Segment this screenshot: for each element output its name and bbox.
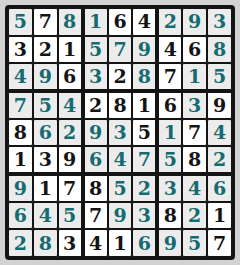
sudoku-cell-r4c3[interactable]: 4 — [58, 91, 83, 119]
sudoku-cell-r9c2[interactable]: 8 — [33, 229, 58, 257]
sudoku-cell-r9c9[interactable]: 7 — [207, 229, 232, 257]
sudoku-cell-r6c5[interactable]: 4 — [108, 146, 133, 174]
sudoku-cell-r8c3[interactable]: 5 — [58, 202, 83, 230]
sudoku-cell-r6c7[interactable]: 5 — [157, 146, 182, 174]
sudoku-cell-r2c7[interactable]: 4 — [157, 36, 182, 64]
sudoku-cell-r3c7[interactable]: 7 — [157, 63, 182, 91]
sudoku-cell-r3c6[interactable]: 8 — [132, 63, 157, 91]
sudoku-cell-r9c3[interactable]: 3 — [58, 229, 83, 257]
sudoku-cell-r3c8[interactable]: 1 — [182, 63, 207, 91]
sudoku-cell-r8c6[interactable]: 3 — [132, 202, 157, 230]
sudoku-cell-r2c6[interactable]: 9 — [132, 36, 157, 64]
sudoku-cell-r6c2[interactable]: 3 — [33, 146, 58, 174]
sudoku-cell-r7c9[interactable]: 6 — [207, 174, 232, 202]
sudoku-cell-r2c4[interactable]: 5 — [83, 36, 108, 64]
sudoku-cell-r2c8[interactable]: 6 — [182, 36, 207, 64]
sudoku-cell-r1c3[interactable]: 8 — [58, 8, 83, 36]
sudoku-cell-r3c4[interactable]: 3 — [83, 63, 108, 91]
sudoku-cell-r4c4[interactable]: 2 — [83, 91, 108, 119]
sudoku-cell-r7c4[interactable]: 8 — [83, 174, 108, 202]
sudoku-cell-r4c9[interactable]: 9 — [207, 91, 232, 119]
sudoku-cell-r2c3[interactable]: 1 — [58, 36, 83, 64]
sudoku-cell-r4c1[interactable]: 7 — [8, 91, 33, 119]
sudoku-cell-r3c1[interactable]: 4 — [8, 63, 33, 91]
sudoku-cell-r1c1[interactable]: 5 — [8, 8, 33, 36]
sudoku-cell-r4c7[interactable]: 6 — [157, 91, 182, 119]
sudoku-cell-r7c5[interactable]: 5 — [108, 174, 133, 202]
sudoku-cell-r3c3[interactable]: 6 — [58, 63, 83, 91]
sudoku-cell-r8c7[interactable]: 8 — [157, 202, 182, 230]
sudoku-cell-r6c4[interactable]: 6 — [83, 146, 108, 174]
sudoku-cell-r4c5[interactable]: 8 — [108, 91, 133, 119]
sudoku-cell-r2c5[interactable]: 7 — [108, 36, 133, 64]
sudoku-cell-r2c2[interactable]: 2 — [33, 36, 58, 64]
sudoku-cell-r8c4[interactable]: 7 — [83, 202, 108, 230]
sudoku-cell-r1c6[interactable]: 4 — [132, 8, 157, 36]
sudoku-cell-r1c8[interactable]: 9 — [182, 8, 207, 36]
sudoku-cell-r2c1[interactable]: 3 — [8, 36, 33, 64]
sudoku-cell-r8c2[interactable]: 4 — [33, 202, 58, 230]
sudoku-cell-r7c7[interactable]: 3 — [157, 174, 182, 202]
sudoku-cell-r4c8[interactable]: 3 — [182, 91, 207, 119]
sudoku-cell-r5c8[interactable]: 7 — [182, 119, 207, 147]
sudoku-cell-r1c9[interactable]: 3 — [207, 8, 232, 36]
sudoku-cell-r8c8[interactable]: 2 — [182, 202, 207, 230]
sudoku-cell-r8c9[interactable]: 1 — [207, 202, 232, 230]
sudoku-cell-r5c1[interactable]: 8 — [8, 119, 33, 147]
sudoku-cell-r4c6[interactable]: 1 — [132, 91, 157, 119]
sudoku-cell-r2c9[interactable]: 8 — [207, 36, 232, 64]
sudoku-cell-r8c5[interactable]: 9 — [108, 202, 133, 230]
sudoku-cell-r6c6[interactable]: 7 — [132, 146, 157, 174]
sudoku-cell-r6c1[interactable]: 1 — [8, 146, 33, 174]
sudoku-cell-r8c1[interactable]: 6 — [8, 202, 33, 230]
sudoku-cell-r6c8[interactable]: 8 — [182, 146, 207, 174]
sudoku-cell-r9c5[interactable]: 1 — [108, 229, 133, 257]
sudoku-cell-r3c5[interactable]: 2 — [108, 63, 133, 91]
sudoku-cell-r5c3[interactable]: 2 — [58, 119, 83, 147]
sudoku-cell-r7c6[interactable]: 2 — [132, 174, 157, 202]
sudoku-cell-r5c4[interactable]: 9 — [83, 119, 108, 147]
sudoku-cell-r1c5[interactable]: 6 — [108, 8, 133, 36]
sudoku-cell-r3c2[interactable]: 9 — [33, 63, 58, 91]
sudoku-cell-r3c9[interactable]: 5 — [207, 63, 232, 91]
sudoku-cell-r9c8[interactable]: 5 — [182, 229, 207, 257]
sudoku-cell-r1c7[interactable]: 2 — [157, 8, 182, 36]
sudoku-board: 5781642933215794684963287157542816398629… — [5, 5, 235, 260]
sudoku-cell-r5c9[interactable]: 4 — [207, 119, 232, 147]
sudoku-cell-r7c8[interactable]: 4 — [182, 174, 207, 202]
sudoku-cell-r4c2[interactable]: 5 — [33, 91, 58, 119]
sudoku-cell-r6c9[interactable]: 2 — [207, 146, 232, 174]
sudoku-cell-r7c3[interactable]: 7 — [58, 174, 83, 202]
sudoku-cell-r9c4[interactable]: 4 — [83, 229, 108, 257]
sudoku-cell-r5c5[interactable]: 3 — [108, 119, 133, 147]
sudoku-cell-r7c1[interactable]: 9 — [8, 174, 33, 202]
sudoku-cell-r5c2[interactable]: 6 — [33, 119, 58, 147]
sudoku-cell-r5c7[interactable]: 1 — [157, 119, 182, 147]
sudoku-cell-r1c4[interactable]: 1 — [83, 8, 108, 36]
sudoku-cell-r9c6[interactable]: 6 — [132, 229, 157, 257]
sudoku-cell-r7c2[interactable]: 1 — [33, 174, 58, 202]
sudoku-cell-r5c6[interactable]: 5 — [132, 119, 157, 147]
sudoku-cell-r9c1[interactable]: 2 — [8, 229, 33, 257]
sudoku-cell-r9c7[interactable]: 9 — [157, 229, 182, 257]
sudoku-cell-r6c3[interactable]: 9 — [58, 146, 83, 174]
sudoku-cell-r1c2[interactable]: 7 — [33, 8, 58, 36]
